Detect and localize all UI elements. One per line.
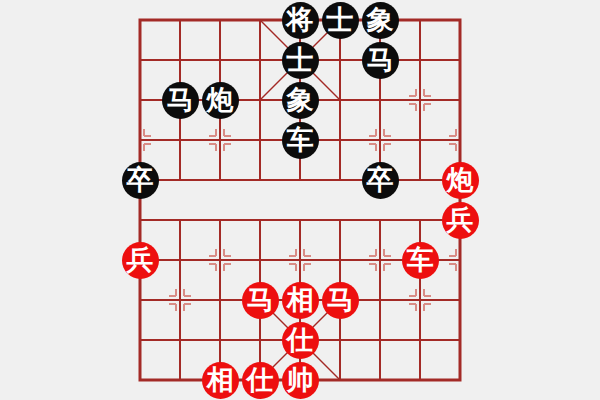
board-point[interactable]: 兵: [440, 200, 480, 240]
board-point[interactable]: 兵: [120, 240, 160, 280]
board-point[interactable]: 马: [160, 80, 200, 120]
board-point[interactable]: [320, 120, 360, 160]
board-point[interactable]: [120, 360, 160, 400]
board-point[interactable]: 炮: [200, 80, 240, 120]
board-point[interactable]: [320, 360, 360, 400]
black-piece-士[interactable]: 士: [322, 2, 359, 39]
board-point[interactable]: [200, 160, 240, 200]
board-point[interactable]: [160, 360, 200, 400]
board-point[interactable]: [360, 280, 400, 320]
board-point[interactable]: [360, 200, 400, 240]
board-point[interactable]: [360, 360, 400, 400]
board-point[interactable]: [400, 120, 440, 160]
board-point[interactable]: 马: [240, 280, 280, 320]
board-point[interactable]: [320, 40, 360, 80]
board-point[interactable]: [200, 320, 240, 360]
board-point[interactable]: [160, 320, 200, 360]
board-point[interactable]: 士: [320, 0, 360, 40]
board-point[interactable]: [440, 280, 480, 320]
board-point[interactable]: 象: [360, 0, 400, 40]
board-point[interactable]: [240, 80, 280, 120]
board-point[interactable]: [200, 40, 240, 80]
board-point[interactable]: [240, 320, 280, 360]
board-point[interactable]: 马: [360, 40, 400, 80]
board-point[interactable]: 马: [320, 280, 360, 320]
board-point[interactable]: [440, 120, 480, 160]
board-point[interactable]: [360, 240, 400, 280]
board-point[interactable]: [400, 80, 440, 120]
board-point[interactable]: [360, 120, 400, 160]
board-point[interactable]: 相: [280, 280, 320, 320]
red-piece-帅[interactable]: 帅: [282, 362, 319, 399]
board-point[interactable]: [400, 360, 440, 400]
board-point[interactable]: [280, 240, 320, 280]
board-point[interactable]: [120, 200, 160, 240]
board-point[interactable]: 炮: [440, 160, 480, 200]
board-point[interactable]: 车: [400, 240, 440, 280]
board-point[interactable]: [200, 240, 240, 280]
board-point[interactable]: [440, 0, 480, 40]
black-piece-将[interactable]: 将: [282, 2, 319, 39]
pieces-grid: 将士象士马马炮象车卒卒炮兵兵车马相马仕相仕帅: [120, 0, 480, 400]
board-point[interactable]: [160, 120, 200, 160]
board-point[interactable]: [200, 0, 240, 40]
black-piece-马[interactable]: 马: [362, 42, 399, 79]
board-point[interactable]: [120, 320, 160, 360]
board-point[interactable]: [240, 0, 280, 40]
red-piece-相[interactable]: 相: [202, 362, 239, 399]
board-point[interactable]: [200, 280, 240, 320]
red-piece-相[interactable]: 相: [282, 282, 319, 319]
board-point[interactable]: [120, 40, 160, 80]
black-piece-象[interactable]: 象: [282, 82, 319, 119]
board-point[interactable]: [160, 200, 200, 240]
board-point[interactable]: [160, 40, 200, 80]
board-point[interactable]: [160, 280, 200, 320]
black-piece-马[interactable]: 马: [162, 82, 199, 119]
board-point[interactable]: [360, 80, 400, 120]
black-piece-士[interactable]: 士: [282, 42, 319, 79]
black-piece-炮[interactable]: 炮: [202, 82, 239, 119]
red-piece-马[interactable]: 马: [242, 282, 279, 319]
board-point[interactable]: [160, 160, 200, 200]
red-piece-兵[interactable]: 兵: [442, 202, 479, 239]
board-point[interactable]: 仕: [280, 320, 320, 360]
board-point[interactable]: [440, 80, 480, 120]
board-point[interactable]: [320, 240, 360, 280]
board-point[interactable]: 相: [200, 360, 240, 400]
board-point[interactable]: [200, 120, 240, 160]
board-point[interactable]: 卒: [120, 160, 160, 200]
red-piece-炮[interactable]: 炮: [442, 162, 479, 199]
board-point[interactable]: 卒: [360, 160, 400, 200]
red-piece-仕[interactable]: 仕: [242, 362, 279, 399]
red-piece-兵[interactable]: 兵: [122, 242, 159, 279]
board-point[interactable]: [440, 360, 480, 400]
board-point[interactable]: [440, 240, 480, 280]
board-point[interactable]: [400, 320, 440, 360]
board-point[interactable]: [160, 240, 200, 280]
black-piece-卒[interactable]: 卒: [362, 162, 399, 199]
board-point[interactable]: 将: [280, 0, 320, 40]
board-point[interactable]: 帅: [280, 360, 320, 400]
board-point[interactable]: [400, 160, 440, 200]
board-point[interactable]: [320, 200, 360, 240]
black-piece-车[interactable]: 车: [282, 122, 319, 159]
board-point[interactable]: [400, 280, 440, 320]
black-piece-卒[interactable]: 卒: [122, 162, 159, 199]
board-point[interactable]: 象: [280, 80, 320, 120]
xiangqi-board: 将士象士马马炮象车卒卒炮兵兵车马相马仕相仕帅: [0, 0, 600, 400]
board-point[interactable]: [400, 40, 440, 80]
board-point[interactable]: [120, 0, 160, 40]
board-point[interactable]: [160, 0, 200, 40]
board-point[interactable]: [400, 200, 440, 240]
black-piece-象[interactable]: 象: [362, 2, 399, 39]
board-point[interactable]: [240, 120, 280, 160]
board-point[interactable]: [120, 120, 160, 160]
board-point[interactable]: [440, 320, 480, 360]
board-point[interactable]: [240, 160, 280, 200]
board-point[interactable]: [320, 320, 360, 360]
board-point[interactable]: [240, 40, 280, 80]
board-point[interactable]: 车: [280, 120, 320, 160]
board-point[interactable]: [240, 240, 280, 280]
board-point[interactable]: [440, 40, 480, 80]
board-point[interactable]: 仕: [240, 360, 280, 400]
board-point[interactable]: [320, 80, 360, 120]
board-point[interactable]: [320, 160, 360, 200]
board-point[interactable]: [200, 200, 240, 240]
board-point[interactable]: 士: [280, 40, 320, 80]
board-point[interactable]: [280, 200, 320, 240]
board-point[interactable]: [360, 320, 400, 360]
board-point[interactable]: [240, 200, 280, 240]
red-piece-车[interactable]: 车: [402, 242, 439, 279]
board-point[interactable]: [400, 0, 440, 40]
board-point[interactable]: [280, 160, 320, 200]
red-piece-仕[interactable]: 仕: [282, 322, 319, 359]
board-point[interactable]: [120, 80, 160, 120]
red-piece-马[interactable]: 马: [322, 282, 359, 319]
board-point[interactable]: [120, 280, 160, 320]
